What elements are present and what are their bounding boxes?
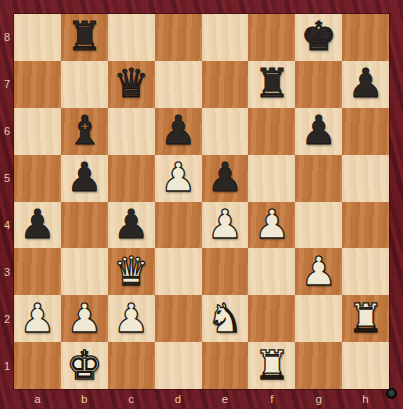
square-c8[interactable] bbox=[108, 14, 155, 61]
square-h6[interactable] bbox=[342, 108, 389, 155]
square-a5[interactable] bbox=[14, 155, 61, 202]
piece-black-pawn[interactable]: ♟ bbox=[160, 110, 196, 150]
piece-black-king[interactable]: ♚ bbox=[301, 16, 337, 56]
piece-white-rook[interactable]: ♜ bbox=[348, 298, 384, 338]
square-c1[interactable] bbox=[108, 342, 155, 389]
piece-white-pawn[interactable]: ♟ bbox=[20, 298, 56, 338]
square-d3[interactable] bbox=[155, 248, 202, 295]
piece-white-pawn[interactable]: ♟ bbox=[207, 204, 243, 244]
file-label-b: b bbox=[61, 389, 108, 409]
square-h1[interactable] bbox=[342, 342, 389, 389]
square-c7[interactable]: ♛ bbox=[108, 61, 155, 108]
square-e7[interactable] bbox=[202, 61, 249, 108]
square-f8[interactable] bbox=[248, 14, 295, 61]
rank-label-4: 4 bbox=[0, 202, 14, 249]
piece-black-rook[interactable]: ♜ bbox=[254, 63, 290, 103]
square-a6[interactable] bbox=[14, 108, 61, 155]
rank-label-8: 8 bbox=[0, 14, 14, 61]
square-b5[interactable]: ♟ bbox=[61, 155, 108, 202]
piece-white-king[interactable]: ♚ bbox=[66, 345, 102, 385]
piece-black-bishop[interactable]: ♝ bbox=[66, 110, 102, 150]
square-b2[interactable]: ♟ bbox=[61, 295, 108, 342]
square-b7[interactable] bbox=[61, 61, 108, 108]
file-label-c: c bbox=[108, 389, 155, 409]
square-h2[interactable]: ♜ bbox=[342, 295, 389, 342]
record-dot-icon bbox=[386, 388, 397, 399]
piece-white-rook[interactable]: ♜ bbox=[254, 345, 290, 385]
piece-white-pawn[interactable]: ♟ bbox=[113, 298, 149, 338]
square-e5[interactable]: ♟ bbox=[202, 155, 249, 202]
square-g8[interactable]: ♚ bbox=[295, 14, 342, 61]
square-h7[interactable]: ♟ bbox=[342, 61, 389, 108]
square-h3[interactable] bbox=[342, 248, 389, 295]
file-label-g: g bbox=[295, 389, 342, 409]
piece-white-pawn[interactable]: ♟ bbox=[66, 298, 102, 338]
file-label-e: e bbox=[202, 389, 249, 409]
square-g2[interactable] bbox=[295, 295, 342, 342]
square-f6[interactable] bbox=[248, 108, 295, 155]
square-g1[interactable] bbox=[295, 342, 342, 389]
square-c5[interactable] bbox=[108, 155, 155, 202]
piece-black-pawn[interactable]: ♟ bbox=[20, 204, 56, 244]
square-d7[interactable] bbox=[155, 61, 202, 108]
square-c2[interactable]: ♟ bbox=[108, 295, 155, 342]
square-b4[interactable] bbox=[61, 202, 108, 249]
piece-white-queen[interactable]: ♛ bbox=[113, 251, 149, 291]
rank-label-1: 1 bbox=[0, 342, 14, 389]
rank-label-7: 7 bbox=[0, 61, 14, 108]
square-a8[interactable] bbox=[14, 14, 61, 61]
rank-label-2: 2 bbox=[0, 295, 14, 342]
file-label-h: h bbox=[342, 389, 389, 409]
square-f1[interactable]: ♜ bbox=[248, 342, 295, 389]
square-d1[interactable] bbox=[155, 342, 202, 389]
square-f2[interactable] bbox=[248, 295, 295, 342]
square-h8[interactable] bbox=[342, 14, 389, 61]
square-a2[interactable]: ♟ bbox=[14, 295, 61, 342]
square-e6[interactable] bbox=[202, 108, 249, 155]
square-b3[interactable] bbox=[61, 248, 108, 295]
piece-black-pawn[interactable]: ♟ bbox=[301, 110, 337, 150]
chess-board: ♜♚♛♜♟♝♟♟♟♟♟♟♟♟♟♛♟♟♟♟♞♜♚♜ bbox=[14, 14, 389, 389]
piece-black-pawn[interactable]: ♟ bbox=[207, 157, 243, 197]
square-h5[interactable] bbox=[342, 155, 389, 202]
piece-black-pawn[interactable]: ♟ bbox=[66, 157, 102, 197]
square-a4[interactable]: ♟ bbox=[14, 202, 61, 249]
square-d2[interactable] bbox=[155, 295, 202, 342]
piece-white-knight[interactable]: ♞ bbox=[207, 298, 243, 338]
rank-label-3: 3 bbox=[0, 248, 14, 295]
square-e2[interactable]: ♞ bbox=[202, 295, 249, 342]
square-e4[interactable]: ♟ bbox=[202, 202, 249, 249]
square-b1[interactable]: ♚ bbox=[61, 342, 108, 389]
square-e8[interactable] bbox=[202, 14, 249, 61]
piece-white-pawn[interactable]: ♟ bbox=[301, 251, 337, 291]
square-g5[interactable] bbox=[295, 155, 342, 202]
square-g7[interactable] bbox=[295, 61, 342, 108]
board-frame: ♜♚♛♜♟♝♟♟♟♟♟♟♟♟♟♛♟♟♟♟♞♜♚♜ 87654321 abcdef… bbox=[0, 0, 403, 409]
square-h4[interactable] bbox=[342, 202, 389, 249]
rank-label-5: 5 bbox=[0, 155, 14, 202]
square-d8[interactable] bbox=[155, 14, 202, 61]
piece-white-pawn[interactable]: ♟ bbox=[254, 204, 290, 244]
square-d6[interactable]: ♟ bbox=[155, 108, 202, 155]
square-b6[interactable]: ♝ bbox=[61, 108, 108, 155]
file-label-a: a bbox=[14, 389, 61, 409]
square-e3[interactable] bbox=[202, 248, 249, 295]
piece-black-pawn[interactable]: ♟ bbox=[348, 63, 384, 103]
square-a3[interactable] bbox=[14, 248, 61, 295]
square-c3[interactable]: ♛ bbox=[108, 248, 155, 295]
square-c6[interactable] bbox=[108, 108, 155, 155]
square-e1[interactable] bbox=[202, 342, 249, 389]
piece-black-rook[interactable]: ♜ bbox=[66, 16, 102, 56]
square-a1[interactable] bbox=[14, 342, 61, 389]
file-label-f: f bbox=[248, 389, 295, 409]
square-d5[interactable]: ♟ bbox=[155, 155, 202, 202]
piece-black-pawn[interactable]: ♟ bbox=[113, 204, 149, 244]
square-f7[interactable]: ♜ bbox=[248, 61, 295, 108]
square-g6[interactable]: ♟ bbox=[295, 108, 342, 155]
square-f4[interactable]: ♟ bbox=[248, 202, 295, 249]
rank-label-6: 6 bbox=[0, 108, 14, 155]
square-g3[interactable]: ♟ bbox=[295, 248, 342, 295]
piece-black-queen[interactable]: ♛ bbox=[113, 63, 149, 103]
square-b8[interactable]: ♜ bbox=[61, 14, 108, 61]
square-f5[interactable] bbox=[248, 155, 295, 202]
square-c4[interactable]: ♟ bbox=[108, 202, 155, 249]
square-f3[interactable] bbox=[248, 248, 295, 295]
piece-white-pawn[interactable]: ♟ bbox=[160, 157, 196, 197]
square-g4[interactable] bbox=[295, 202, 342, 249]
file-label-d: d bbox=[155, 389, 202, 409]
square-a7[interactable] bbox=[14, 61, 61, 108]
square-d4[interactable] bbox=[155, 202, 202, 249]
